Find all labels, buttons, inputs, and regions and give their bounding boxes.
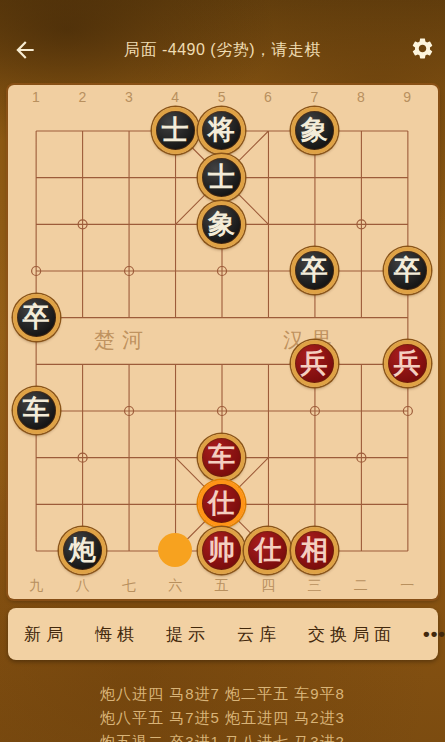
toolbar-button-3[interactable]: 提示	[166, 623, 210, 646]
file-label-top-9: 9	[403, 89, 411, 105]
piece-black-soldier[interactable]: 卒	[384, 247, 431, 294]
piece-layer: 士将象士象卒卒卒兵兵车车仕炮帅仕相	[13, 108, 431, 574]
piece-red-soldier[interactable]: 兵	[384, 340, 431, 387]
piece-black-elephant[interactable]: 象	[198, 201, 245, 248]
file-label-top-2: 2	[78, 89, 86, 105]
piece-black-advisor[interactable]: 士	[152, 107, 199, 154]
file-label-bottom-5: 五	[215, 577, 229, 595]
file-label-bottom-9: 一	[400, 577, 414, 595]
file-label-top-7: 7	[310, 89, 318, 105]
file-label-bottom-8: 二	[354, 577, 368, 595]
move-list: 炮八进四 马8进7 炮二平五 车9平8炮八平五 马7进5 炮五进四 马2进3炮五…	[0, 682, 445, 742]
piece-black-advisor[interactable]: 士	[198, 154, 245, 201]
file-label-bottom-1: 九	[29, 577, 43, 595]
move-list-line-3: 炮五退二 卒3进1 马八进七 马3进2	[0, 730, 445, 742]
file-label-top-8: 8	[357, 89, 365, 105]
move-list-line-1: 炮八进四 马8进7 炮二平五 车9平8	[0, 682, 445, 706]
piece-black-soldier[interactable]: 卒	[13, 294, 60, 341]
piece-red-elephant[interactable]: 相	[291, 527, 338, 574]
piece-black-general[interactable]: 将	[198, 107, 245, 154]
file-label-top-4: 4	[171, 89, 179, 105]
header: 局面 -4490 (劣势)，请走棋	[0, 0, 445, 85]
file-label-top-5: 5	[218, 89, 226, 105]
toolbar-button-4[interactable]: 云库	[237, 623, 281, 646]
piece-red-advisor[interactable]: 仕	[198, 480, 245, 527]
file-label-bottom-7: 三	[307, 577, 321, 595]
toolbar-button-2[interactable]: 悔棋	[95, 623, 139, 646]
last-move-origin-marker	[158, 533, 192, 567]
file-label-top-1: 1	[32, 89, 40, 105]
file-label-bottom-3: 七	[122, 577, 136, 595]
piece-red-soldier[interactable]: 兵	[291, 340, 338, 387]
piece-red-advisor[interactable]: 仕	[244, 527, 291, 574]
piece-black-soldier[interactable]: 卒	[291, 247, 338, 294]
piece-red-chariot[interactable]: 车	[198, 434, 245, 481]
file-label-bottom-6: 四	[261, 577, 275, 595]
toolbar-button-5[interactable]: 交换局面	[308, 623, 396, 646]
move-list-line-2: 炮八平五 马7进5 炮五进四 马2进3	[0, 706, 445, 730]
page-title: 局面 -4490 (劣势)，请走棋	[0, 40, 445, 61]
file-label-bottom-2: 八	[75, 577, 89, 595]
xiangqi-board[interactable]: 123456789 九八七六五四三二一 楚河 汉界 士将象士象卒卒卒兵兵车车仕炮…	[8, 85, 438, 599]
gear-icon[interactable]	[410, 36, 435, 61]
file-label-top-3: 3	[125, 89, 133, 105]
piece-red-general[interactable]: 帅	[198, 527, 245, 574]
piece-black-cannon[interactable]: 炮	[59, 527, 106, 574]
file-label-top-6: 6	[264, 89, 272, 105]
piece-black-chariot[interactable]: 车	[13, 387, 60, 434]
piece-black-elephant[interactable]: 象	[291, 107, 338, 154]
toolbar: 新局悔棋提示云库交换局面•••	[8, 608, 438, 660]
file-label-bottom-4: 六	[168, 577, 182, 595]
more-options-icon[interactable]: •••	[423, 623, 445, 645]
toolbar-button-1[interactable]: 新局	[24, 623, 68, 646]
